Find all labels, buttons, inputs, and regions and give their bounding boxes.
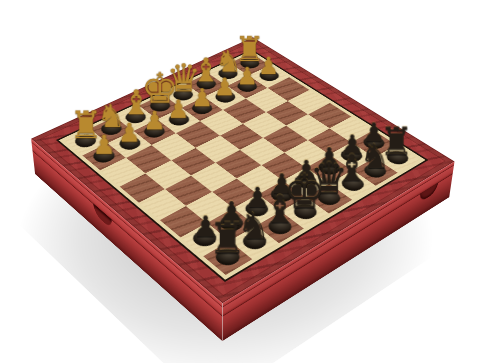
square-e5[interactable] [216, 150, 261, 178]
gold-pawn-glyph: ♟ [143, 108, 166, 133]
gold-pawn-glyph: ♟ [214, 75, 236, 99]
gold-pawn-glyph: ♟ [167, 97, 189, 122]
product-photo-scene: ♜♟♟♜♞♟♟♞♝♟♟♝♛♟♟♛♚♟♟♚♝♟♟♝♞♟♟♞♜♟♟♜ [0, 0, 480, 363]
gold-pawn-glyph: ♟ [191, 86, 213, 111]
lid-notch-right [419, 182, 438, 202]
gold-pawn-glyph: ♟ [236, 64, 258, 88]
black-rook-glyph: ♜ [209, 217, 247, 260]
gold-pawn-glyph: ♟ [118, 120, 141, 146]
lid-finger-notch [93, 203, 112, 229]
gold-pawn-glyph: ♟ [92, 132, 115, 158]
chess-case: ♜♟♟♜♞♟♟♞♝♟♟♝♛♟♟♛♚♟♟♚♝♟♟♝♞♟♟♞♜♟♟♜ [31, 37, 454, 303]
piece-black-rook-h8[interactable]: ♜ [203, 241, 253, 276]
gold-pawn-glyph: ♟ [258, 54, 279, 78]
